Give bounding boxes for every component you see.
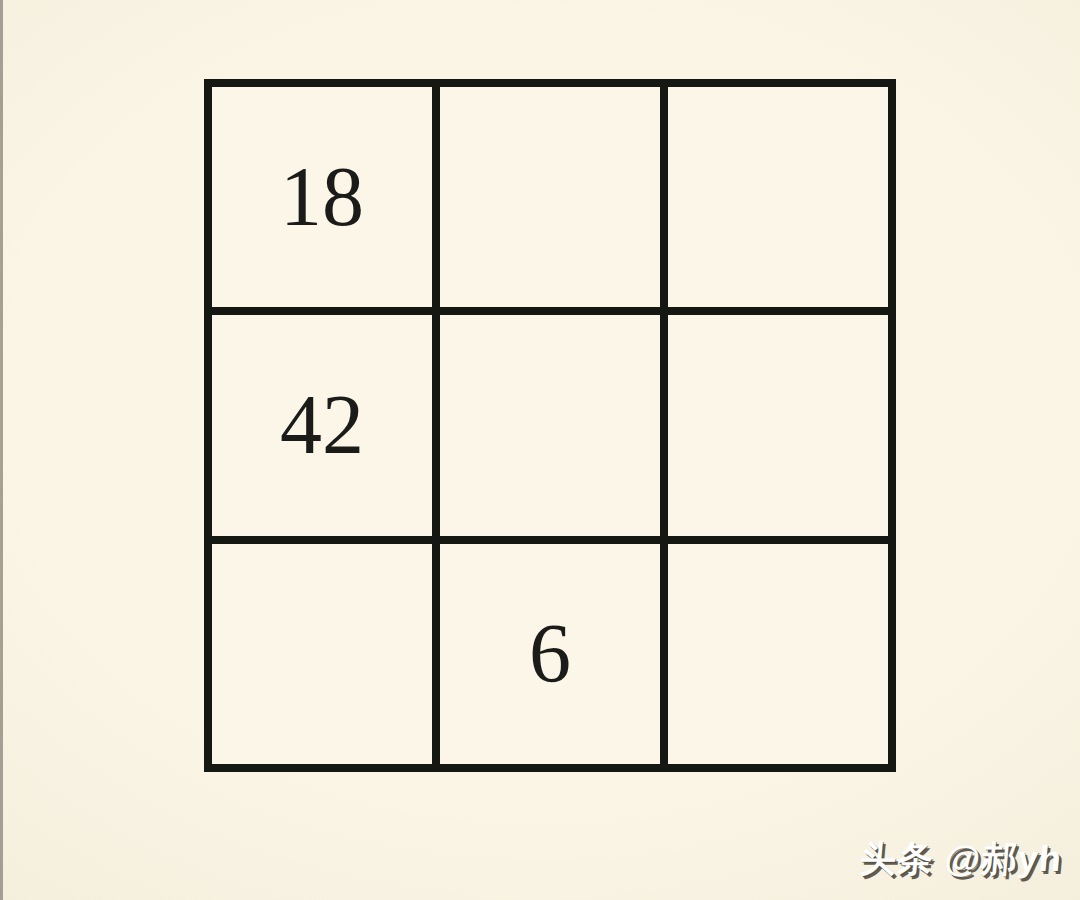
cell-r3c2[interactable]: 6 [440,544,660,764]
toutiao-watermark: 头条 @郝yh [858,835,1064,884]
cell-r1c2[interactable] [440,87,660,307]
left-edge-artifact [0,0,3,900]
cell-r2c3[interactable] [668,315,888,535]
cell-r3c1[interactable] [212,544,432,764]
puzzle-board: 18 42 6 [204,79,896,772]
cell-r2c1[interactable]: 42 [212,315,432,535]
cell-r1c3[interactable] [668,87,888,307]
cell-r1c1[interactable]: 18 [212,87,432,307]
cell-r2c2[interactable] [440,315,660,535]
cell-r3c3[interactable] [668,544,888,764]
